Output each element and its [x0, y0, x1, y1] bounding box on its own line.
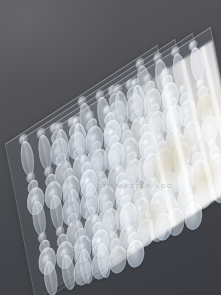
- product-photo: STO MASTER KOO: [0, 0, 221, 295]
- watermark-text: STO MASTER KOO: [97, 183, 173, 189]
- piece-body: [95, 239, 113, 281]
